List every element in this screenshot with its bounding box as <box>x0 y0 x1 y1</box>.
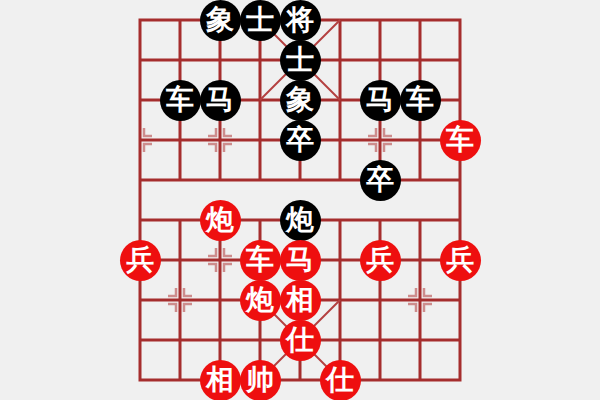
piece-red-horse[interactable]: 马 <box>280 240 321 281</box>
piece-red-pawn[interactable]: 兵 <box>120 240 161 281</box>
piece-black-elephant[interactable]: 象 <box>200 0 241 41</box>
piece-red-king[interactable]: 帅 <box>240 360 281 400</box>
piece-black-horse[interactable]: 马 <box>200 80 241 121</box>
piece-red-pawn[interactable]: 兵 <box>440 240 481 281</box>
piece-red-advisor[interactable]: 仕 <box>320 360 361 400</box>
piece-red-chariot[interactable]: 车 <box>440 120 481 161</box>
piece-black-advisor[interactable]: 士 <box>240 0 281 41</box>
piece-black-pawn[interactable]: 卒 <box>360 160 401 201</box>
piece-red-elephant[interactable]: 相 <box>280 280 321 321</box>
piece-black-chariot[interactable]: 车 <box>400 80 441 121</box>
piece-black-pawn[interactable]: 卒 <box>280 120 321 161</box>
piece-black-king[interactable]: 将 <box>280 0 321 41</box>
piece-red-chariot[interactable]: 车 <box>240 240 281 281</box>
piece-black-cannon[interactable]: 炮 <box>280 200 321 241</box>
piece-red-cannon[interactable]: 炮 <box>200 200 241 241</box>
piece-black-horse[interactable]: 马 <box>360 80 401 121</box>
piece-black-chariot[interactable]: 车 <box>160 80 201 121</box>
piece-red-elephant[interactable]: 相 <box>200 360 241 400</box>
xiangqi-board[interactable]: 象士将士车马象马车卒车卒炮炮兵车马兵兵炮相仕相帅仕 <box>120 0 480 400</box>
xiangqi-app-canvas: 象士将士车马象马车卒车卒炮炮兵车马兵兵炮相仕相帅仕 <box>0 0 600 400</box>
piece-red-cannon[interactable]: 炮 <box>240 280 281 321</box>
piece-black-advisor[interactable]: 士 <box>280 40 321 81</box>
piece-black-elephant[interactable]: 象 <box>280 80 321 121</box>
piece-red-advisor[interactable]: 仕 <box>280 320 321 361</box>
piece-red-pawn[interactable]: 兵 <box>360 240 401 281</box>
